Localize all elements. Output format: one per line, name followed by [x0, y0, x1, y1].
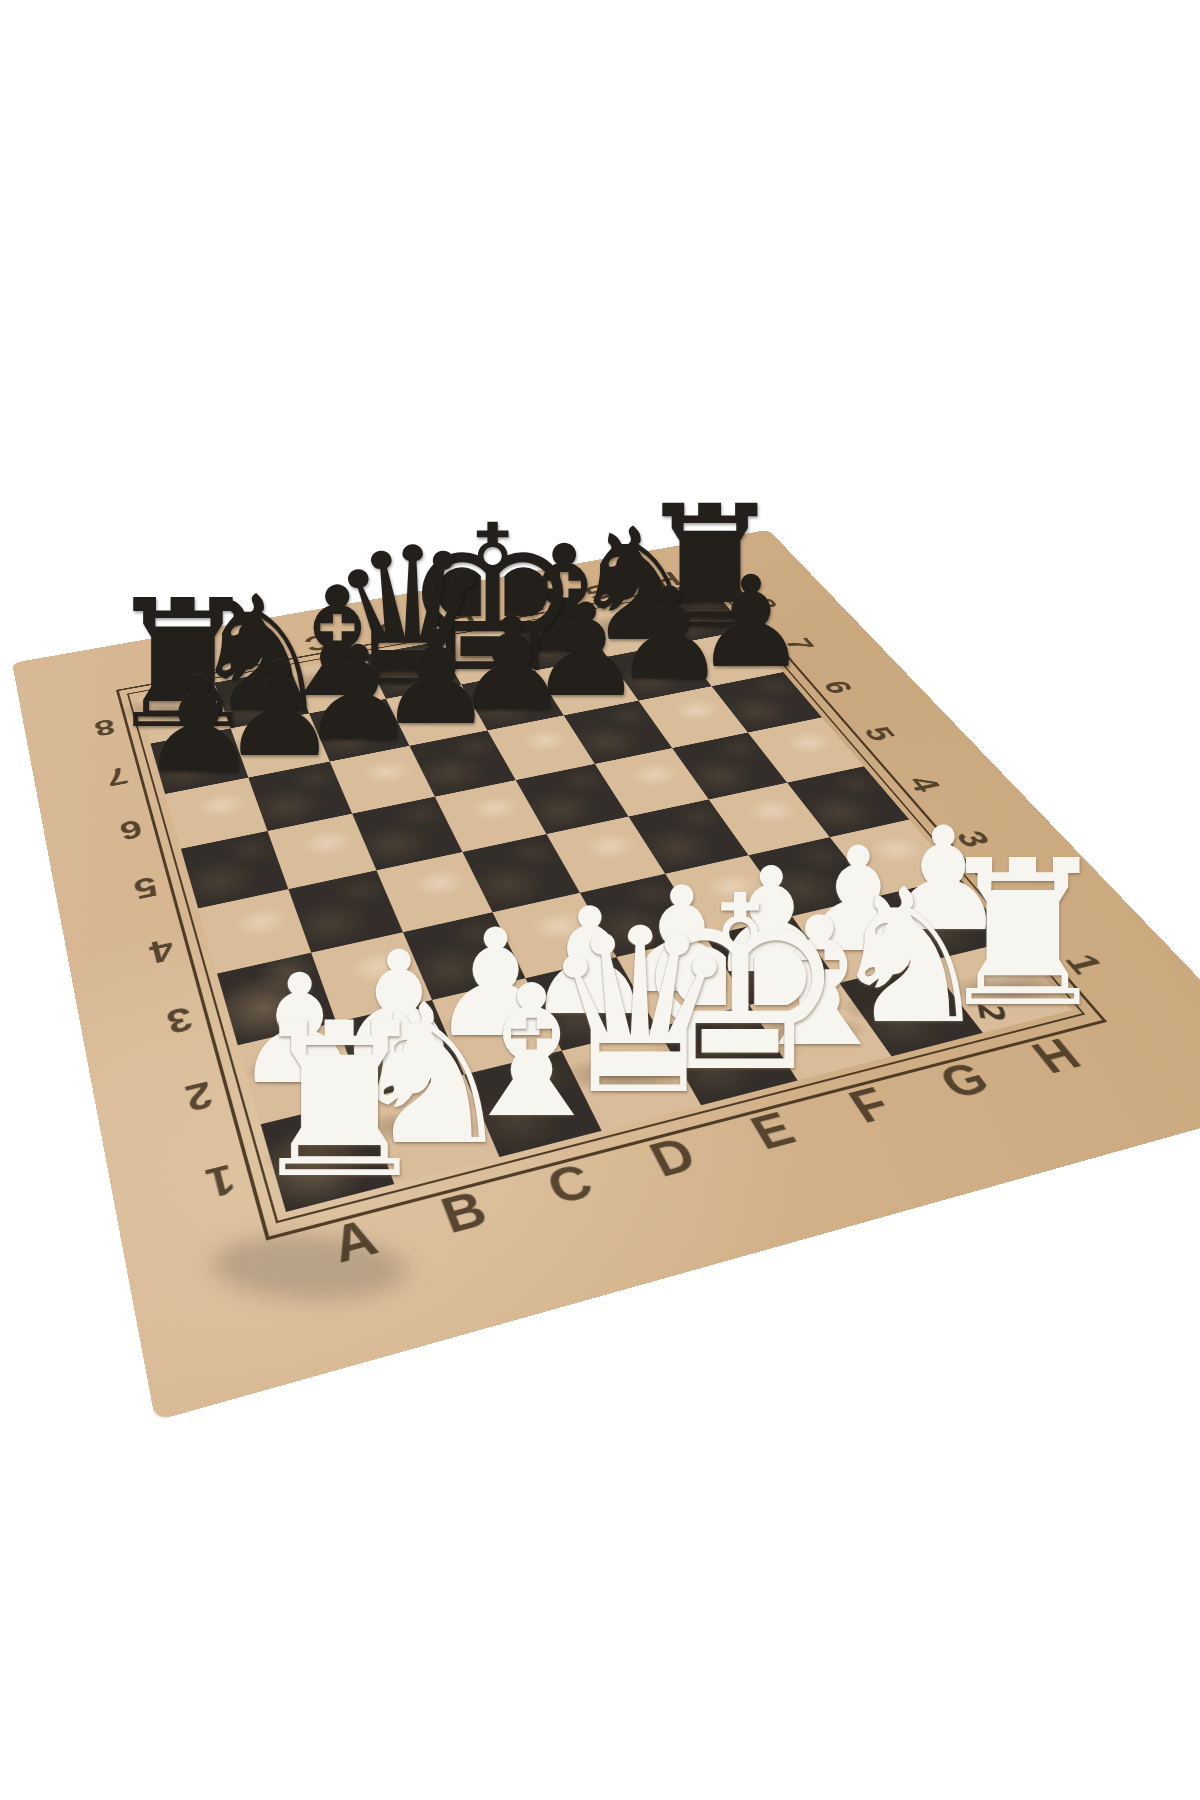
piece-black-pawn-a7[interactable]: ♟	[139, 659, 257, 791]
product-photo: ABCDEFGHABCDEFGH8765432187654321 2 ♜♞♝♚♟…	[0, 0, 1200, 1800]
piece-white-rook-a1[interactable]: ♜	[244, 995, 435, 1209]
